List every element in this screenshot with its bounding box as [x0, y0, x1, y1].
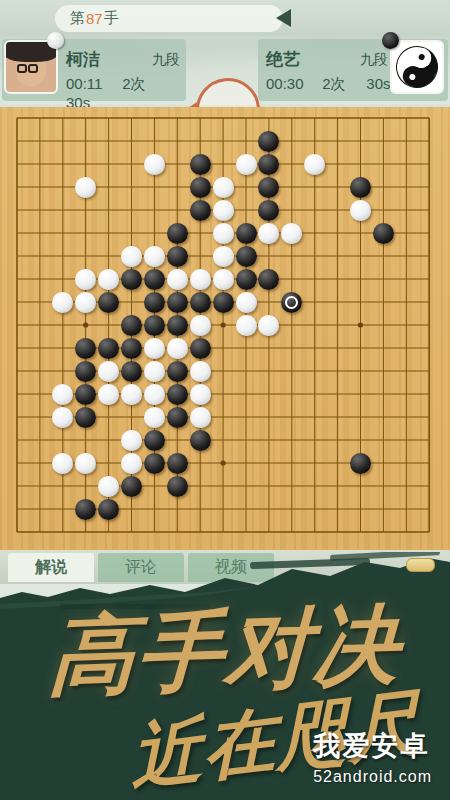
player-bar: 柯洁 九段 00:11 2次 30s 行棋 白方 绝艺 九段 00:30 2次 [0, 36, 450, 107]
board-grid [0, 107, 450, 550]
black-stone [236, 223, 257, 244]
white-stone [144, 361, 165, 382]
black-stone [75, 384, 96, 405]
white-stone [121, 430, 142, 451]
black-stone [258, 177, 279, 198]
white-stone [236, 292, 257, 313]
last-move-marker [285, 296, 298, 309]
black-stone [144, 315, 165, 336]
black-stone [75, 499, 96, 520]
black-stone [121, 338, 142, 359]
player-left-clock: 00:11 2次 30s [66, 75, 186, 111]
black-stone [98, 499, 119, 520]
black-stone [190, 292, 211, 313]
black-stone [350, 453, 371, 474]
back-arrow-icon[interactable] [276, 9, 291, 27]
black-stone [121, 361, 142, 382]
white-stone [144, 154, 165, 175]
black-stone [258, 200, 279, 221]
app-screen: 第87手 柯洁 九段 00:11 2次 30s 行棋 白方 绝艺 九段 [0, 0, 450, 800]
move-suffix: 手 [104, 9, 119, 28]
black-stone [98, 292, 119, 313]
move-prefix: 第 [70, 9, 85, 28]
white-stone [236, 315, 257, 336]
black-stone [213, 292, 234, 313]
white-stone [281, 223, 302, 244]
black-stone [75, 407, 96, 428]
player-right-byoyomi-time: 30s [366, 75, 390, 92]
yinyang-icon [390, 40, 444, 94]
white-stone [190, 361, 211, 382]
black-stone [167, 223, 188, 244]
black-stone [281, 292, 302, 313]
white-stone [304, 154, 325, 175]
black-stone [167, 361, 188, 382]
white-stone [213, 269, 234, 290]
black-stone [190, 154, 211, 175]
white-stone [190, 269, 211, 290]
black-stone [121, 476, 142, 497]
white-stone [98, 269, 119, 290]
black-stone-badge-icon [382, 32, 399, 49]
watermark: 我爱安卓 52android.com [313, 728, 432, 786]
white-stone [98, 361, 119, 382]
black-stone [144, 269, 165, 290]
black-stone [167, 315, 188, 336]
white-stone [75, 453, 96, 474]
white-stone [144, 384, 165, 405]
player-left-name: 柯洁 [66, 48, 100, 71]
player-right-byoyomi-count: 2次 [322, 75, 362, 94]
white-stone [75, 177, 96, 198]
white-stone [144, 338, 165, 359]
black-stone [121, 315, 142, 336]
black-stone [236, 246, 257, 267]
black-stone [75, 338, 96, 359]
black-stone [144, 292, 165, 313]
white-stone [236, 154, 257, 175]
white-stone [52, 407, 73, 428]
player-right-rank: 九段 [360, 51, 388, 69]
black-stone [190, 338, 211, 359]
white-stone [52, 453, 73, 474]
black-stone [190, 430, 211, 451]
black-stone [373, 223, 394, 244]
white-stone [75, 269, 96, 290]
go-board[interactable] [0, 107, 450, 550]
black-stone [167, 246, 188, 267]
player-left-main-time: 00:11 [66, 75, 118, 92]
banner-headline: 高手对决 [0, 600, 450, 702]
white-stone [190, 315, 211, 336]
mini-button[interactable] [406, 558, 435, 572]
white-stone [167, 338, 188, 359]
black-stone [190, 200, 211, 221]
move-number: 87 [85, 10, 104, 27]
white-stone [144, 246, 165, 267]
black-stone [258, 269, 279, 290]
white-stone [190, 384, 211, 405]
black-stone [75, 361, 96, 382]
white-stone [121, 246, 142, 267]
black-stone [167, 476, 188, 497]
player-right-name: 绝艺 [266, 48, 300, 71]
white-stone [213, 223, 234, 244]
black-stone [98, 338, 119, 359]
white-stone [258, 223, 279, 244]
player-right-clock: 00:30 2次 30s [266, 75, 391, 94]
player-left-byoyomi-count: 2次 [122, 75, 162, 94]
white-stone [98, 384, 119, 405]
white-stone [52, 384, 73, 405]
black-stone [258, 131, 279, 152]
black-stone [258, 154, 279, 175]
black-stone [236, 269, 257, 290]
white-stone [213, 177, 234, 198]
avatar-glasses [17, 64, 45, 74]
white-stone [258, 315, 279, 336]
player-left-avatar [4, 40, 58, 94]
white-stone [98, 476, 119, 497]
white-stone [213, 200, 234, 221]
black-stone [167, 453, 188, 474]
black-stone [350, 177, 371, 198]
white-stone [167, 269, 188, 290]
player-right-avatar [390, 40, 444, 94]
black-stone [167, 407, 188, 428]
white-stone [121, 453, 142, 474]
watermark-site-url: 52android.com [313, 768, 432, 786]
player-right-main-time: 00:30 [266, 75, 318, 92]
black-stone [144, 453, 165, 474]
black-stone [167, 384, 188, 405]
watermark-site-name: 我爱安卓 [313, 728, 432, 764]
white-stone-badge-icon [47, 32, 64, 49]
white-stone [144, 407, 165, 428]
white-stone [213, 246, 234, 267]
white-stone [52, 292, 73, 313]
white-stone [121, 384, 142, 405]
white-stone [190, 407, 211, 428]
black-stone [190, 177, 211, 198]
black-stone [121, 269, 142, 290]
white-stone [75, 292, 96, 313]
black-stone [144, 430, 165, 451]
white-stone [350, 200, 371, 221]
player-left-rank: 九段 [152, 51, 180, 69]
black-stone [167, 292, 188, 313]
move-counter-pill: 第87手 [55, 5, 283, 32]
